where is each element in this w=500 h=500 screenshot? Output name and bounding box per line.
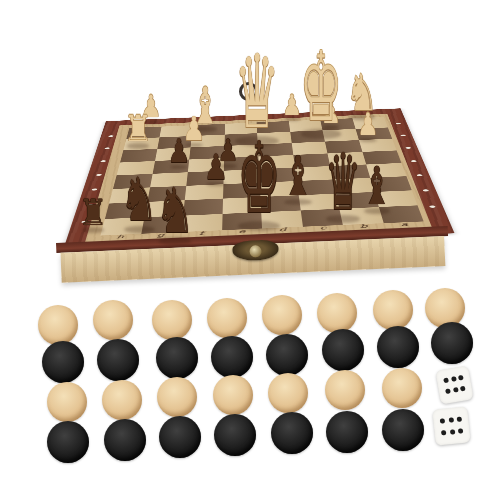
black-checker-piece [97, 339, 139, 381]
die-showing-6 [435, 365, 473, 404]
die-pip [458, 428, 463, 433]
board-square [298, 194, 339, 211]
border-dot [400, 134, 405, 136]
border-dot [96, 174, 102, 176]
cream-checker-piece [47, 382, 87, 422]
die-pip [451, 376, 457, 382]
black-checker-piece [377, 326, 419, 368]
die-pip [443, 377, 449, 383]
black-checker-piece [322, 329, 364, 371]
die-pip [441, 430, 446, 435]
die-pip [440, 418, 445, 423]
board-squares-grid [100, 117, 423, 236]
die-pip [456, 416, 461, 421]
border-dot [105, 147, 110, 149]
border-dot [108, 135, 113, 137]
die-pip [453, 387, 459, 393]
cream-checker-piece [93, 300, 133, 340]
black-checker-piece [326, 411, 368, 453]
black-checker-piece [42, 341, 84, 383]
board-square [222, 197, 261, 214]
die-pip [460, 386, 466, 392]
border-dot [396, 123, 401, 125]
black-checker-piece [214, 414, 256, 456]
product-photo-canvas: hgfedcba ♞♟♟♟♝♚♟♛♟♜♟♟♟♝♝♛♚♞♜♞ [0, 0, 500, 500]
black-checker-piece [104, 419, 146, 461]
black-checker-piece [47, 421, 89, 463]
border-dot [92, 188, 98, 190]
cream-checker-piece [157, 377, 197, 417]
black-checker-piece [271, 412, 313, 454]
black-checker-piece [159, 416, 201, 458]
border-dot [417, 174, 423, 176]
board-square [183, 199, 223, 216]
die-pip [458, 375, 464, 381]
chessboard-3d-wrapper: hgfedcba [45, 0, 454, 250]
board-square [144, 200, 185, 217]
border-dot [100, 160, 106, 162]
black-checker-piece [382, 409, 424, 451]
cream-checker-piece [102, 380, 142, 420]
cream-checker-piece [207, 298, 247, 338]
border-dot [429, 205, 436, 207]
cream-checker-piece [38, 305, 78, 345]
cream-checker-piece [268, 373, 308, 413]
die-pip [445, 389, 451, 395]
cream-checker-piece [262, 295, 302, 335]
black-checker-piece [156, 337, 198, 379]
cream-checker-piece [382, 368, 422, 408]
cream-checker-piece [325, 370, 365, 410]
border-dot [423, 189, 429, 191]
board-square [374, 190, 418, 207]
border-dot [411, 160, 417, 162]
cream-checker-piece [373, 290, 413, 330]
board-square [336, 192, 378, 209]
die-pip [449, 429, 454, 434]
cream-checker-piece [152, 300, 192, 340]
border-dot [405, 147, 411, 149]
die-showing-6 [432, 406, 471, 445]
board-square [260, 195, 300, 212]
black-checker-piece [266, 334, 308, 376]
latch-knob [249, 245, 262, 258]
cream-checker-piece [213, 375, 253, 415]
border-dot [81, 221, 87, 224]
cream-checker-piece [317, 293, 357, 333]
black-checker-piece [431, 322, 473, 364]
border-dot [87, 204, 93, 206]
black-checker-piece [211, 336, 253, 378]
die-pip [448, 417, 453, 422]
